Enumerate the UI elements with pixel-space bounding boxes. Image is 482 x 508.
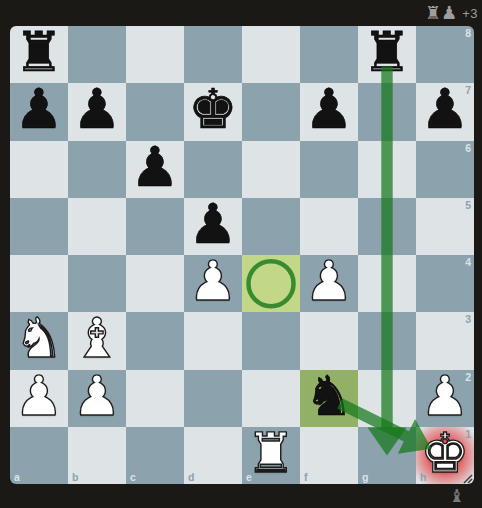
rank-label-4: 4 bbox=[465, 256, 471, 268]
piece-black-pawn[interactable]: ♟ bbox=[10, 81, 68, 138]
square-c6[interactable]: ♟ bbox=[126, 141, 184, 198]
captured-rook-icon: ♜ bbox=[425, 2, 441, 23]
square-f4[interactable]: ♟ bbox=[300, 255, 358, 312]
piece-white-pawn[interactable]: ♟ bbox=[184, 253, 242, 310]
square-g5[interactable] bbox=[358, 198, 416, 255]
square-a3[interactable]: ♞ bbox=[10, 312, 68, 369]
square-f1[interactable]: f bbox=[300, 427, 358, 484]
square-a1[interactable]: a bbox=[10, 427, 68, 484]
square-d4[interactable]: ♟ bbox=[184, 255, 242, 312]
piece-white-pawn[interactable]: ♟ bbox=[300, 253, 358, 310]
square-e2[interactable] bbox=[242, 370, 300, 427]
file-label-d: d bbox=[188, 471, 194, 483]
file-label-b: b bbox=[72, 471, 78, 483]
rank-label-5: 5 bbox=[465, 199, 471, 211]
square-e5[interactable] bbox=[242, 198, 300, 255]
piece-white-pawn[interactable]: ♟ bbox=[68, 368, 126, 425]
rank-label-2: 2 bbox=[465, 371, 471, 383]
square-e6[interactable] bbox=[242, 141, 300, 198]
square-h8[interactable]: 8 bbox=[416, 26, 474, 83]
square-e8[interactable] bbox=[242, 26, 300, 83]
piece-black-knight[interactable]: ♞ bbox=[300, 368, 358, 425]
chess-board[interactable]: ♜♜8♟♟♚♟♟7♟6♟5♟♟4♞♝3♟♟♞♟2abcd♜efg♚1h bbox=[10, 26, 474, 484]
rank-label-1: 1 bbox=[465, 428, 471, 440]
square-g3[interactable] bbox=[358, 312, 416, 369]
square-d3[interactable] bbox=[184, 312, 242, 369]
square-h3[interactable]: 3 bbox=[416, 312, 474, 369]
piece-black-pawn[interactable]: ♟ bbox=[126, 139, 184, 196]
square-g4[interactable] bbox=[358, 255, 416, 312]
square-h4[interactable]: 4 bbox=[416, 255, 474, 312]
rank-label-7: 7 bbox=[465, 84, 471, 96]
piece-white-bishop[interactable]: ♝ bbox=[68, 310, 126, 367]
square-d1[interactable]: d bbox=[184, 427, 242, 484]
square-b2[interactable]: ♟ bbox=[68, 370, 126, 427]
square-h6[interactable]: 6 bbox=[416, 141, 474, 198]
square-g8[interactable]: ♜ bbox=[358, 26, 416, 83]
square-g6[interactable] bbox=[358, 141, 416, 198]
piece-black-king[interactable]: ♚ bbox=[184, 81, 242, 138]
square-e7[interactable] bbox=[242, 83, 300, 140]
last-move-highlight bbox=[242, 255, 300, 312]
square-b7[interactable]: ♟ bbox=[68, 83, 126, 140]
square-e1[interactable]: ♜e bbox=[242, 427, 300, 484]
square-a5[interactable] bbox=[10, 198, 68, 255]
square-b8[interactable] bbox=[68, 26, 126, 83]
square-a7[interactable]: ♟ bbox=[10, 83, 68, 140]
square-g1[interactable]: g bbox=[358, 427, 416, 484]
square-d8[interactable] bbox=[184, 26, 242, 83]
piece-black-rook[interactable]: ♜ bbox=[358, 26, 416, 81]
square-f8[interactable] bbox=[300, 26, 358, 83]
piece-white-pawn[interactable]: ♟ bbox=[10, 368, 68, 425]
square-f2[interactable]: ♞ bbox=[300, 370, 358, 427]
piece-black-pawn[interactable]: ♟ bbox=[68, 81, 126, 138]
captured-bishop-icon: ♝ bbox=[449, 485, 465, 506]
captured-pawn-icon: ♟ bbox=[441, 2, 457, 23]
square-b6[interactable] bbox=[68, 141, 126, 198]
square-e3[interactable] bbox=[242, 312, 300, 369]
file-label-h: h bbox=[420, 471, 426, 483]
square-e4[interactable] bbox=[242, 255, 300, 312]
square-c7[interactable] bbox=[126, 83, 184, 140]
square-c2[interactable] bbox=[126, 370, 184, 427]
file-label-f: f bbox=[304, 471, 308, 483]
piece-black-rook[interactable]: ♜ bbox=[10, 26, 68, 81]
square-c3[interactable] bbox=[126, 312, 184, 369]
file-label-g: g bbox=[362, 471, 368, 483]
square-f5[interactable] bbox=[300, 198, 358, 255]
square-f3[interactable] bbox=[300, 312, 358, 369]
square-f6[interactable] bbox=[300, 141, 358, 198]
captured-pieces-top: ♜♟ bbox=[425, 4, 457, 23]
resize-grip-icon bbox=[460, 471, 473, 484]
square-c8[interactable] bbox=[126, 26, 184, 83]
rank-label-8: 8 bbox=[465, 27, 471, 39]
square-h2[interactable]: ♟2 bbox=[416, 370, 474, 427]
material-advantage: +3 bbox=[462, 6, 478, 21]
square-b3[interactable]: ♝ bbox=[68, 312, 126, 369]
board-grid: ♜♜8♟♟♚♟♟7♟6♟5♟♟4♞♝3♟♟♞♟2abcd♜efg♚1h bbox=[10, 26, 474, 484]
square-d6[interactable] bbox=[184, 141, 242, 198]
square-b1[interactable]: b bbox=[68, 427, 126, 484]
square-d2[interactable] bbox=[184, 370, 242, 427]
square-d5[interactable]: ♟ bbox=[184, 198, 242, 255]
square-a6[interactable] bbox=[10, 141, 68, 198]
square-h7[interactable]: ♟7 bbox=[416, 83, 474, 140]
square-g7[interactable] bbox=[358, 83, 416, 140]
square-c1[interactable]: c bbox=[126, 427, 184, 484]
material-bar-top: ♜♟ +3 bbox=[0, 0, 482, 26]
captured-pieces-bottom: ♝ bbox=[449, 487, 465, 506]
square-f7[interactable]: ♟ bbox=[300, 83, 358, 140]
board-resize-handle[interactable] bbox=[460, 470, 473, 483]
piece-black-pawn[interactable]: ♟ bbox=[300, 81, 358, 138]
piece-white-knight[interactable]: ♞ bbox=[10, 310, 68, 367]
square-a2[interactable]: ♟ bbox=[10, 370, 68, 427]
file-label-e: e bbox=[246, 471, 252, 483]
square-b5[interactable] bbox=[68, 198, 126, 255]
material-bar-bottom: ♝ bbox=[0, 484, 482, 508]
square-h5[interactable]: 5 bbox=[416, 198, 474, 255]
square-g2[interactable] bbox=[358, 370, 416, 427]
rank-label-3: 3 bbox=[465, 313, 471, 325]
file-label-a: a bbox=[14, 471, 20, 483]
square-c4[interactable] bbox=[126, 255, 184, 312]
square-a8[interactable]: ♜ bbox=[10, 26, 68, 83]
file-label-c: c bbox=[130, 471, 136, 483]
rank-label-6: 6 bbox=[465, 142, 471, 154]
square-c5[interactable] bbox=[126, 198, 184, 255]
game-screen: ♜♟ +3 ♜♜8♟♟♚♟♟7♟6♟5♟♟4♞♝3♟♟♞♟2abcd♜efg♚1… bbox=[0, 0, 482, 508]
square-a4[interactable] bbox=[10, 255, 68, 312]
square-b4[interactable] bbox=[68, 255, 126, 312]
square-d7[interactable]: ♚ bbox=[184, 83, 242, 140]
piece-black-pawn[interactable]: ♟ bbox=[184, 196, 242, 253]
